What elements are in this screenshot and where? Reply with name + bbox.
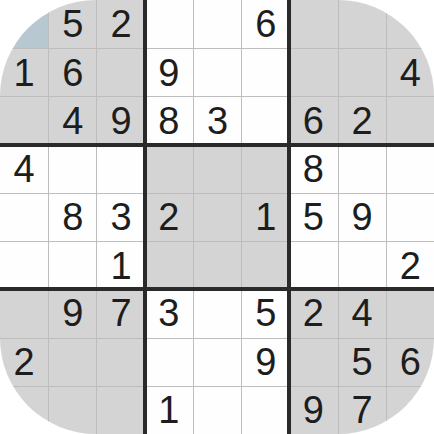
cell-r3c3[interactable]: 9 [96,96,144,144]
cell-r2c7[interactable] [289,48,337,96]
cell-r3c6[interactable] [241,96,289,144]
cell-r7c9[interactable] [386,289,434,337]
cell-r3c9[interactable] [386,96,434,144]
cell-r9c6[interactable] [241,386,289,434]
cell-r5c9[interactable] [386,193,434,241]
cell-r8c3[interactable] [96,338,144,386]
cell-r6c3[interactable]: 1 [96,241,144,289]
cell-r6c2[interactable] [48,241,96,289]
cell-r6c9[interactable]: 2 [386,241,434,289]
cell-r9c1[interactable] [0,386,48,434]
cell-r7c4[interactable]: 3 [145,289,193,337]
cell-r9c9[interactable] [386,386,434,434]
cell-r2c8[interactable] [338,48,386,96]
sudoku-app-icon: 526169449836248832159129735242956197 [0,0,434,434]
cell-r1c3[interactable]: 2 [96,0,144,48]
cell-r7c1[interactable] [0,289,48,337]
cell-r4c6[interactable] [241,145,289,193]
cell-r5c7[interactable]: 5 [289,193,337,241]
cell-r8c2[interactable] [48,338,96,386]
cell-r5c4[interactable]: 2 [145,193,193,241]
cell-r9c3[interactable] [96,386,144,434]
cell-r6c7[interactable] [289,241,337,289]
cell-r8c5[interactable] [193,338,241,386]
cell-r7c6[interactable]: 5 [241,289,289,337]
cell-r7c8[interactable]: 4 [338,289,386,337]
cell-r3c5[interactable]: 3 [193,96,241,144]
cell-r1c2[interactable]: 5 [48,0,96,48]
cell-r4c7[interactable]: 8 [289,145,337,193]
cell-r6c4[interactable] [145,241,193,289]
cell-r4c2[interactable] [48,145,96,193]
cell-r8c1[interactable]: 2 [0,338,48,386]
cell-r7c2[interactable]: 9 [48,289,96,337]
cell-r4c3[interactable] [96,145,144,193]
cell-r8c6[interactable]: 9 [241,338,289,386]
cell-r8c8[interactable]: 5 [338,338,386,386]
cell-r1c9[interactable] [386,0,434,48]
cell-r1c5[interactable] [193,0,241,48]
cell-r9c5[interactable] [193,386,241,434]
cell-r8c7[interactable] [289,338,337,386]
cell-r5c5[interactable] [193,193,241,241]
cell-r9c7[interactable]: 9 [289,386,337,434]
cell-r4c4[interactable] [145,145,193,193]
cell-r7c5[interactable] [193,289,241,337]
cell-r5c8[interactable]: 9 [338,193,386,241]
cell-r4c8[interactable] [338,145,386,193]
cell-r2c5[interactable] [193,48,241,96]
cell-r9c4[interactable]: 1 [145,386,193,434]
cell-r1c4[interactable] [145,0,193,48]
cell-r6c8[interactable] [338,241,386,289]
cell-r2c2[interactable]: 6 [48,48,96,96]
cell-r2c4[interactable]: 9 [145,48,193,96]
cell-r6c6[interactable] [241,241,289,289]
cell-r5c2[interactable]: 8 [48,193,96,241]
cell-r1c1[interactable] [0,0,48,48]
cell-r3c8[interactable]: 2 [338,96,386,144]
cell-r4c9[interactable] [386,145,434,193]
cell-r2c6[interactable] [241,48,289,96]
cell-r3c1[interactable] [0,96,48,144]
cell-r6c5[interactable] [193,241,241,289]
cell-r9c2[interactable] [48,386,96,434]
cell-r7c3[interactable]: 7 [96,289,144,337]
cell-r1c6[interactable]: 6 [241,0,289,48]
cell-r7c7[interactable]: 2 [289,289,337,337]
cell-r8c4[interactable] [145,338,193,386]
cell-r2c9[interactable]: 4 [386,48,434,96]
cell-r2c3[interactable] [96,48,144,96]
cell-r5c1[interactable] [0,193,48,241]
cell-r5c3[interactable]: 3 [96,193,144,241]
cell-r4c5[interactable] [193,145,241,193]
cell-r2c1[interactable]: 1 [0,48,48,96]
cell-r4c1[interactable]: 4 [0,145,48,193]
cell-r8c9[interactable]: 6 [386,338,434,386]
cell-r6c1[interactable] [0,241,48,289]
cell-r3c4[interactable]: 8 [145,96,193,144]
cell-r1c8[interactable] [338,0,386,48]
cell-r5c6[interactable]: 1 [241,193,289,241]
cell-r1c7[interactable] [289,0,337,48]
cell-r3c7[interactable]: 6 [289,96,337,144]
cell-r3c2[interactable]: 4 [48,96,96,144]
sudoku-board: 526169449836248832159129735242956197 [0,0,434,434]
cell-r9c8[interactable]: 7 [338,386,386,434]
